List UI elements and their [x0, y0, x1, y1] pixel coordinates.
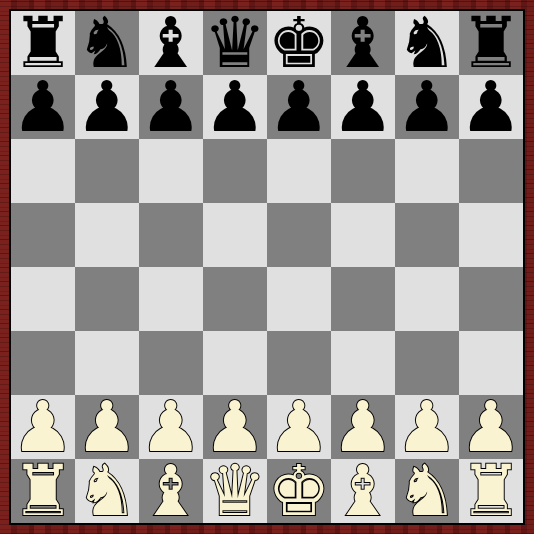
- square-c4[interactable]: [139, 267, 203, 331]
- square-b5[interactable]: [75, 203, 139, 267]
- square-c7[interactable]: ♟: [139, 75, 203, 139]
- square-g7[interactable]: ♟: [395, 75, 459, 139]
- square-c1[interactable]: ♝: [139, 459, 203, 523]
- square-a4[interactable]: [11, 267, 75, 331]
- piece-white-knight-b1[interactable]: ♞: [75, 459, 139, 523]
- square-e6[interactable]: [267, 139, 331, 203]
- square-e4[interactable]: [267, 267, 331, 331]
- square-a7[interactable]: ♟: [11, 75, 75, 139]
- square-d4[interactable]: [203, 267, 267, 331]
- square-c6[interactable]: [139, 139, 203, 203]
- square-g6[interactable]: [395, 139, 459, 203]
- square-h5[interactable]: [459, 203, 523, 267]
- piece-black-pawn-d7[interactable]: ♟: [203, 75, 267, 139]
- square-d6[interactable]: [203, 139, 267, 203]
- square-e5[interactable]: [267, 203, 331, 267]
- piece-black-pawn-e7[interactable]: ♟: [267, 75, 331, 139]
- square-f6[interactable]: [331, 139, 395, 203]
- piece-white-bishop-c1[interactable]: ♝: [139, 459, 203, 523]
- piece-black-pawn-a7[interactable]: ♟: [11, 75, 75, 139]
- square-g4[interactable]: [395, 267, 459, 331]
- square-f4[interactable]: [331, 267, 395, 331]
- square-g5[interactable]: [395, 203, 459, 267]
- piece-black-pawn-c7[interactable]: ♟: [139, 75, 203, 139]
- piece-white-bishop-f1[interactable]: ♝: [331, 459, 395, 523]
- piece-white-queen-d1[interactable]: ♛: [203, 459, 267, 523]
- square-b7[interactable]: ♟: [75, 75, 139, 139]
- square-f5[interactable]: [331, 203, 395, 267]
- wood-frame: ♜♞♝♛♚♝♞♜♟♟♟♟♟♟♟♟♟♟♟♟♟♟♟♟♜♞♝♛♚♝♞♜: [0, 0, 534, 534]
- piece-black-pawn-g7[interactable]: ♟: [395, 75, 459, 139]
- piece-white-rook-h1[interactable]: ♜: [459, 459, 523, 523]
- square-a6[interactable]: [11, 139, 75, 203]
- square-f7[interactable]: ♟: [331, 75, 395, 139]
- square-d7[interactable]: ♟: [203, 75, 267, 139]
- square-e7[interactable]: ♟: [267, 75, 331, 139]
- piece-black-pawn-b7[interactable]: ♟: [75, 75, 139, 139]
- square-a5[interactable]: [11, 203, 75, 267]
- square-c5[interactable]: [139, 203, 203, 267]
- piece-white-king-e1[interactable]: ♚: [267, 459, 331, 523]
- square-e1[interactable]: ♚: [267, 459, 331, 523]
- piece-white-knight-g1[interactable]: ♞: [395, 459, 459, 523]
- square-b6[interactable]: [75, 139, 139, 203]
- square-d1[interactable]: ♛: [203, 459, 267, 523]
- square-f1[interactable]: ♝: [331, 459, 395, 523]
- chess-board: ♜♞♝♛♚♝♞♜♟♟♟♟♟♟♟♟♟♟♟♟♟♟♟♟♜♞♝♛♚♝♞♜: [9, 9, 525, 525]
- square-b4[interactable]: [75, 267, 139, 331]
- piece-black-pawn-f7[interactable]: ♟: [331, 75, 395, 139]
- square-h7[interactable]: ♟: [459, 75, 523, 139]
- square-h1[interactable]: ♜: [459, 459, 523, 523]
- square-h4[interactable]: [459, 267, 523, 331]
- square-g1[interactable]: ♞: [395, 459, 459, 523]
- piece-white-rook-a1[interactable]: ♜: [11, 459, 75, 523]
- square-a1[interactable]: ♜: [11, 459, 75, 523]
- square-h6[interactable]: [459, 139, 523, 203]
- square-b1[interactable]: ♞: [75, 459, 139, 523]
- square-d5[interactable]: [203, 203, 267, 267]
- piece-black-pawn-h7[interactable]: ♟: [459, 75, 523, 139]
